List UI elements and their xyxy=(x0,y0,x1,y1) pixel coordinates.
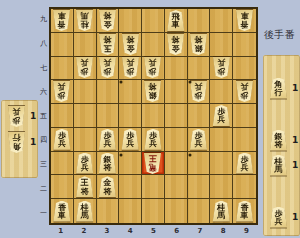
hand-piece-count: 1 xyxy=(292,212,298,222)
piece-kanji: 金将 xyxy=(98,10,117,31)
board-square[interactable]: 玉将 xyxy=(97,33,120,57)
shogi-piece-pawn[interactable]: 歩兵 xyxy=(269,207,288,228)
board-square[interactable]: 歩兵 xyxy=(210,57,233,81)
board-square[interactable] xyxy=(165,199,188,223)
board-square[interactable] xyxy=(233,175,256,199)
piece-kanji: 王将 xyxy=(75,176,94,197)
hand-piece-count: 1 xyxy=(30,137,36,147)
board-square[interactable]: 銀将 xyxy=(188,33,211,57)
board-square[interactable] xyxy=(119,9,142,33)
board-square[interactable] xyxy=(210,175,233,199)
shogi-piece-pawn[interactable]: 歩兵 xyxy=(212,105,231,126)
piece-kanji: 香車 xyxy=(52,201,71,222)
piece-kanji: 歩兵 xyxy=(235,153,254,174)
piece-kanji: 玉将 xyxy=(98,34,117,55)
board-square[interactable] xyxy=(142,199,165,223)
gote-hand-tray: 角行1銀将1桂馬1歩兵1 xyxy=(263,55,300,236)
board-square[interactable]: 金将 xyxy=(165,33,188,57)
shogi-piece-pawn[interactable]: 歩兵 xyxy=(7,106,26,127)
board-square[interactable] xyxy=(119,80,142,104)
board-square[interactable]: 歩兵 xyxy=(97,128,120,152)
file-label: 2 xyxy=(72,227,95,235)
board-square[interactable]: 銀将 xyxy=(97,152,120,176)
piece-kanji: 香車 xyxy=(235,10,254,31)
board-square[interactable] xyxy=(119,199,142,223)
shogi-piece-pawn[interactable]: 歩兵 xyxy=(235,81,254,102)
board-square[interactable]: 金将 xyxy=(97,9,120,33)
rank-label: 一 xyxy=(39,201,48,225)
shogi-piece-pawn[interactable]: 歩兵 xyxy=(143,57,162,78)
piece-kanji: 歩兵 xyxy=(52,129,71,150)
shogi-piece-gold[interactable]: 金将 xyxy=(166,34,185,55)
rank-label: 四 xyxy=(39,128,48,152)
shogi-piece-lance[interactable]: 香車 xyxy=(52,201,71,222)
piece-kanji: 歩兵 xyxy=(269,207,288,228)
hand-piece-count: 1 xyxy=(292,160,298,170)
shogi-piece-lance[interactable]: 香車 xyxy=(52,10,71,31)
board-square[interactable]: 歩兵 xyxy=(119,57,142,81)
board-star-point xyxy=(119,153,122,156)
turn-indicator: 後手番 xyxy=(259,28,300,42)
shogi-piece-knight[interactable]: 桂馬 xyxy=(75,10,94,31)
board-square[interactable] xyxy=(210,80,233,104)
hand-piece-count: 1 xyxy=(292,135,298,145)
piece-kanji: 歩兵 xyxy=(189,81,208,102)
board-square[interactable] xyxy=(165,128,188,152)
board-square[interactable]: 竜王 xyxy=(142,152,165,176)
board-square[interactable] xyxy=(210,33,233,57)
piece-kanji: 桂馬 xyxy=(75,201,94,222)
piece-kanji: 歩兵 xyxy=(98,129,117,150)
shogi-piece-pawn[interactable]: 歩兵 xyxy=(75,153,94,174)
board-square[interactable]: 香車 xyxy=(233,199,256,223)
hand-piece-row: 歩兵1 xyxy=(1,105,38,127)
shogi-board: 香車桂馬金将飛車香車玉将金将金将銀将歩兵歩兵歩兵歩兵歩兵歩兵銀将歩兵歩兵歩兵歩兵… xyxy=(49,7,258,225)
shogi-piece-bishop[interactable]: 角行 xyxy=(269,78,288,99)
file-label: 1 xyxy=(49,227,72,235)
piece-kanji: 金将 xyxy=(121,34,140,55)
board-square[interactable] xyxy=(210,128,233,152)
piece-kanji: 金将 xyxy=(98,176,117,197)
board-square[interactable] xyxy=(233,128,256,152)
shogi-piece-pawn[interactable]: 歩兵 xyxy=(98,57,117,78)
file-labels: 123456789 xyxy=(49,227,258,235)
piece-kanji: 歩兵 xyxy=(75,153,94,174)
board-square[interactable] xyxy=(119,175,142,199)
piece-kanji: 歩兵 xyxy=(143,129,162,150)
board-square[interactable] xyxy=(188,175,211,199)
board-square[interactable] xyxy=(165,57,188,81)
shogi-piece-pawn[interactable]: 歩兵 xyxy=(121,57,140,78)
piece-kanji: 角行 xyxy=(269,78,288,99)
piece-kanji: 歩兵 xyxy=(235,81,254,102)
hand-piece-row: 角行1 xyxy=(1,131,38,153)
board-square[interactable] xyxy=(210,9,233,33)
rank-label: 九 xyxy=(39,7,48,31)
hand-piece-row: 銀将1 xyxy=(263,129,300,151)
piece-kanji: 歩兵 xyxy=(212,57,231,78)
rank-label: 五 xyxy=(39,104,48,128)
shogi-piece-knight[interactable]: 桂馬 xyxy=(269,155,288,176)
file-label: 4 xyxy=(119,227,142,235)
file-label: 6 xyxy=(165,227,188,235)
shogi-piece-lance[interactable]: 香車 xyxy=(235,10,254,31)
shogi-piece-pawn[interactable]: 歩兵 xyxy=(189,129,208,150)
board-square[interactable]: 飛車 xyxy=(165,9,188,33)
shogi-piece-gold[interactable]: 金将 xyxy=(98,176,117,197)
rank-label: 六 xyxy=(39,80,48,104)
piece-kanji: 歩兵 xyxy=(189,129,208,150)
file-label: 9 xyxy=(235,227,258,235)
board-square[interactable] xyxy=(97,199,120,223)
board-square[interactable]: 香車 xyxy=(51,199,74,223)
piece-kanji: 桂馬 xyxy=(212,201,231,222)
board-square[interactable]: 歩兵 xyxy=(188,80,211,104)
rank-labels: 九八七六五四三二一 xyxy=(39,7,48,225)
shogi-piece-pawn[interactable]: 歩兵 xyxy=(189,81,208,102)
board-square[interactable]: 金将 xyxy=(119,33,142,57)
board-star-point xyxy=(189,153,192,156)
board-square[interactable] xyxy=(51,57,74,81)
piece-kanji: 歩兵 xyxy=(121,129,140,150)
hand-piece-row: 桂馬1 xyxy=(263,154,300,176)
board-square[interactable] xyxy=(51,104,74,128)
shogi-piece-knight[interactable]: 桂馬 xyxy=(212,201,231,222)
shogi-app: 九八七六五四三二一 香車桂馬金将飛車香車玉将金将金将銀将歩兵歩兵歩兵歩兵歩兵歩兵… xyxy=(0,0,300,238)
board-square[interactable] xyxy=(142,175,165,199)
shogi-piece-pawn[interactable]: 歩兵 xyxy=(75,57,94,78)
shogi-piece-gold[interactable]: 金将 xyxy=(121,34,140,55)
board-square[interactable] xyxy=(74,104,97,128)
board-square[interactable]: 歩兵 xyxy=(74,57,97,81)
shogi-piece-pawn[interactable]: 歩兵 xyxy=(121,129,140,150)
piece-kanji: 歩兵 xyxy=(212,105,231,126)
board-square[interactable]: 歩兵 xyxy=(51,80,74,104)
hand-piece-row: 歩兵1 xyxy=(263,206,300,228)
board-square[interactable]: 歩兵 xyxy=(188,128,211,152)
hand-piece-row: 角行1 xyxy=(263,77,300,99)
board-square[interactable] xyxy=(165,80,188,104)
file-label: 5 xyxy=(142,227,165,235)
board-square[interactable] xyxy=(233,33,256,57)
board-square[interactable]: 歩兵 xyxy=(51,128,74,152)
board-star-point xyxy=(189,81,192,84)
board-square[interactable] xyxy=(74,128,97,152)
sente-hand-tray: 歩兵1角行1 xyxy=(1,100,38,178)
board-square[interactable]: 銀将 xyxy=(142,80,165,104)
board-square[interactable] xyxy=(165,152,188,176)
board-square[interactable] xyxy=(165,104,188,128)
hand-piece-count: 1 xyxy=(30,111,36,121)
piece-kanji: 香車 xyxy=(235,201,254,222)
piece-kanji: 歩兵 xyxy=(98,57,117,78)
board-square[interactable] xyxy=(233,57,256,81)
board-star-point xyxy=(119,81,122,84)
board-square[interactable]: 歩兵 xyxy=(210,104,233,128)
hand-piece-count: 1 xyxy=(292,83,298,93)
rank-label: 三 xyxy=(39,152,48,176)
board-square[interactable] xyxy=(165,175,188,199)
board-square[interactable]: 桂馬 xyxy=(210,199,233,223)
shogi-piece-lance[interactable]: 香車 xyxy=(235,201,254,222)
board-square[interactable] xyxy=(74,80,97,104)
board-square[interactable] xyxy=(74,33,97,57)
board-square[interactable] xyxy=(188,57,211,81)
piece-kanji: 角行 xyxy=(7,132,26,153)
board-square[interactable] xyxy=(188,104,211,128)
piece-kanji: 歩兵 xyxy=(121,57,140,78)
board-square[interactable] xyxy=(142,104,165,128)
rank-label: 七 xyxy=(39,55,48,79)
shogi-piece-rook[interactable]: 飛車 xyxy=(166,10,185,31)
board-square[interactable] xyxy=(97,104,120,128)
shogi-piece-pawn[interactable]: 歩兵 xyxy=(52,81,71,102)
board-square[interactable] xyxy=(142,33,165,57)
board-square[interactable]: 歩兵 xyxy=(233,152,256,176)
board-square[interactable]: 金将 xyxy=(97,175,120,199)
piece-kanji: 桂馬 xyxy=(269,155,288,176)
piece-kanji: 銀将 xyxy=(189,34,208,55)
shogi-piece-pawn[interactable]: 歩兵 xyxy=(98,129,117,150)
board-square[interactable] xyxy=(51,33,74,57)
board-square[interactable]: 歩兵 xyxy=(142,128,165,152)
board-square[interactable] xyxy=(188,199,211,223)
shogi-piece-knight[interactable]: 桂馬 xyxy=(75,201,94,222)
board-square[interactable] xyxy=(233,104,256,128)
board-square[interactable] xyxy=(210,152,233,176)
board-square[interactable]: 歩兵 xyxy=(74,152,97,176)
shogi-piece-silver[interactable]: 銀将 xyxy=(269,130,288,151)
rank-label: 二 xyxy=(39,177,48,201)
shogi-piece-gold[interactable]: 金将 xyxy=(98,10,117,31)
board-square[interactable] xyxy=(142,9,165,33)
piece-kanji: 金将 xyxy=(166,34,185,55)
board-square[interactable]: 桂馬 xyxy=(74,9,97,33)
board-square[interactable]: 桂馬 xyxy=(74,199,97,223)
rank-label: 八 xyxy=(39,31,48,55)
file-label: 7 xyxy=(188,227,211,235)
board-square[interactable]: 歩兵 xyxy=(97,57,120,81)
piece-kanji: 歩兵 xyxy=(75,57,94,78)
board-square[interactable] xyxy=(97,80,120,104)
board-square[interactable] xyxy=(119,104,142,128)
shogi-piece-silver[interactable]: 銀将 xyxy=(98,153,117,174)
piece-kanji: 飛車 xyxy=(166,10,185,31)
shogi-piece-silver[interactable]: 銀将 xyxy=(143,81,162,102)
board-square[interactable]: 歩兵 xyxy=(233,80,256,104)
shogi-piece-king[interactable]: 玉将 xyxy=(98,34,117,55)
shogi-piece-bishop[interactable]: 角行 xyxy=(7,132,26,153)
piece-kanji: 歩兵 xyxy=(143,57,162,78)
shogi-piece-king[interactable]: 王将 xyxy=(75,176,94,197)
piece-kanji: 香車 xyxy=(52,10,71,31)
file-label: 3 xyxy=(95,227,118,235)
board-square[interactable] xyxy=(119,152,142,176)
board-square[interactable] xyxy=(51,175,74,199)
piece-kanji: 銀将 xyxy=(143,81,162,102)
shogi-piece-pawn[interactable]: 歩兵 xyxy=(212,57,231,78)
piece-kanji: 桂馬 xyxy=(75,10,94,31)
board-square[interactable]: 王将 xyxy=(74,175,97,199)
piece-kanji: 竜王 xyxy=(143,153,162,174)
piece-kanji: 銀将 xyxy=(98,153,117,174)
board-square[interactable] xyxy=(51,152,74,176)
board-square[interactable]: 香車 xyxy=(51,9,74,33)
shogi-piece-silver[interactable]: 銀将 xyxy=(189,34,208,55)
shogi-piece-promoted-rook[interactable]: 竜王 xyxy=(143,153,162,174)
shogi-piece-pawn[interactable]: 歩兵 xyxy=(143,129,162,150)
board-square[interactable]: 歩兵 xyxy=(142,57,165,81)
shogi-piece-pawn[interactable]: 歩兵 xyxy=(52,129,71,150)
piece-kanji: 歩兵 xyxy=(52,81,71,102)
piece-kanji: 銀将 xyxy=(269,130,288,151)
board-square[interactable]: 歩兵 xyxy=(119,128,142,152)
board-square[interactable] xyxy=(188,9,211,33)
shogi-piece-pawn[interactable]: 歩兵 xyxy=(235,153,254,174)
piece-kanji: 歩兵 xyxy=(7,106,26,127)
board-square[interactable]: 香車 xyxy=(233,9,256,33)
file-label: 8 xyxy=(212,227,235,235)
